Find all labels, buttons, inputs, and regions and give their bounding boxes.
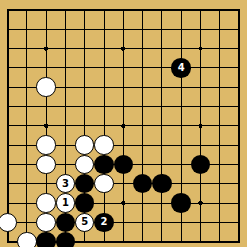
intersection-9-5[interactable]	[152, 78, 171, 97]
intersection-1-4[interactable]	[0, 58, 17, 77]
intersection-4-6[interactable]	[56, 97, 75, 116]
intersection-5-8[interactable]	[75, 135, 94, 154]
white-stone-move-3: 3	[56, 174, 75, 193]
intersection-2-10[interactable]	[17, 174, 36, 193]
intersection-6-7[interactable]	[94, 116, 113, 135]
intersection-5-10[interactable]	[75, 174, 94, 193]
intersection-11-6[interactable]	[191, 97, 210, 116]
intersection-12-1[interactable]	[210, 0, 229, 19]
intersection-2-7[interactable]	[17, 116, 36, 135]
intersection-5-12[interactable]: 5	[75, 213, 94, 232]
intersection-6-9[interactable]	[94, 155, 113, 174]
move-number-label: 5	[81, 217, 88, 227]
intersection-3-11[interactable]	[36, 193, 55, 212]
intersection-1-8[interactable]	[0, 135, 17, 154]
black-stone	[171, 193, 190, 212]
intersection-2-6[interactable]	[17, 97, 36, 116]
intersection-5-6[interactable]	[75, 97, 94, 116]
intersection-6-3[interactable]	[94, 39, 113, 58]
intersection-10-5[interactable]	[172, 78, 191, 97]
intersection-10-10[interactable]	[172, 174, 191, 193]
white-stone	[36, 155, 55, 174]
intersection-1-3[interactable]	[0, 39, 17, 58]
intersection-1-11[interactable]	[0, 193, 17, 212]
intersection-12-10[interactable]	[210, 174, 229, 193]
intersection-12-7[interactable]	[210, 116, 229, 135]
intersection-7-4[interactable]	[114, 58, 133, 77]
intersection-7-8[interactable]	[114, 135, 133, 154]
intersection-3-8[interactable]	[36, 135, 55, 154]
black-stone	[56, 213, 75, 232]
black-stone	[152, 174, 171, 193]
intersection-8-6[interactable]	[133, 97, 152, 116]
intersection-9-4[interactable]	[152, 58, 171, 77]
intersection-13-5[interactable]	[229, 78, 247, 97]
intersection-11-13[interactable]	[191, 232, 210, 247]
intersection-4-11[interactable]: 1	[56, 193, 75, 212]
intersection-1-2[interactable]	[0, 20, 17, 39]
white-stone	[36, 77, 55, 96]
intersection-2-8[interactable]	[17, 135, 36, 154]
intersection-4-1[interactable]	[56, 0, 75, 19]
move-number-label: 2	[101, 217, 108, 227]
intersection-10-1[interactable]	[172, 0, 191, 19]
white-stone-move-5: 5	[75, 213, 94, 232]
intersection-12-2[interactable]	[210, 20, 229, 39]
intersection-1-5[interactable]	[0, 78, 17, 97]
intersection-7-2[interactable]	[114, 20, 133, 39]
intersection-8-7[interactable]	[133, 116, 152, 135]
intersection-1-1[interactable]	[0, 0, 17, 19]
intersection-3-10[interactable]	[36, 174, 55, 193]
intersection-6-4[interactable]	[94, 58, 113, 77]
intersection-10-7[interactable]	[172, 116, 191, 135]
white-stone	[36, 193, 55, 212]
intersection-2-13[interactable]	[17, 232, 36, 247]
intersection-10-11[interactable]	[172, 193, 191, 212]
intersection-7-7[interactable]	[114, 116, 133, 135]
intersection-5-9[interactable]	[75, 155, 94, 174]
intersection-12-12[interactable]	[210, 213, 229, 232]
intersection-9-7[interactable]	[152, 116, 171, 135]
intersection-7-9[interactable]	[114, 155, 133, 174]
intersection-13-9[interactable]	[229, 155, 247, 174]
intersection-6-2[interactable]	[94, 20, 113, 39]
intersection-7-13[interactable]	[114, 232, 133, 247]
intersection-1-12[interactable]	[0, 213, 17, 232]
intersection-11-7[interactable]	[191, 116, 210, 135]
intersection-13-10[interactable]	[229, 174, 247, 193]
intersection-7-12[interactable]	[114, 213, 133, 232]
black-stone	[36, 232, 55, 247]
intersection-8-9[interactable]	[133, 155, 152, 174]
intersection-12-3[interactable]	[210, 39, 229, 58]
intersection-6-13[interactable]	[94, 232, 113, 247]
intersection-1-10[interactable]	[0, 174, 17, 193]
black-stone-move-2: 2	[94, 213, 113, 232]
intersection-9-8[interactable]	[152, 135, 171, 154]
intersection-3-5[interactable]	[36, 78, 55, 97]
intersection-7-1[interactable]	[114, 0, 133, 19]
intersection-4-13[interactable]	[56, 232, 75, 247]
intersection-13-12[interactable]	[229, 213, 247, 232]
intersection-2-1[interactable]	[17, 0, 36, 19]
black-stone	[94, 155, 113, 174]
intersection-5-2[interactable]	[75, 20, 94, 39]
black-stone	[114, 155, 133, 174]
intersection-1-6[interactable]	[0, 97, 17, 116]
intersection-9-9[interactable]	[152, 155, 171, 174]
intersection-13-8[interactable]	[229, 135, 247, 154]
intersection-5-5[interactable]	[75, 78, 94, 97]
intersection-8-2[interactable]	[133, 20, 152, 39]
intersection-8-11[interactable]	[133, 193, 152, 212]
intersection-6-5[interactable]	[94, 78, 113, 97]
intersection-7-3[interactable]	[114, 39, 133, 58]
intersection-8-5[interactable]	[133, 78, 152, 97]
intersection-6-8[interactable]	[94, 135, 113, 154]
intersection-4-3[interactable]	[56, 39, 75, 58]
black-stone-move-4: 4	[171, 58, 190, 77]
intersection-12-13[interactable]	[210, 232, 229, 247]
intersection-5-1[interactable]	[75, 0, 94, 19]
intersection-12-9[interactable]	[210, 155, 229, 174]
intersection-11-11[interactable]	[191, 193, 210, 212]
intersection-6-11[interactable]	[94, 193, 113, 212]
intersection-2-5[interactable]	[17, 78, 36, 97]
intersection-6-10[interactable]	[94, 174, 113, 193]
intersection-12-8[interactable]	[210, 135, 229, 154]
intersection-9-2[interactable]	[152, 20, 171, 39]
intersection-12-4[interactable]	[210, 58, 229, 77]
intersection-5-13[interactable]	[75, 232, 94, 247]
intersection-12-5[interactable]	[210, 78, 229, 97]
intersection-1-9[interactable]	[0, 155, 17, 174]
black-stone	[75, 193, 94, 212]
intersection-9-13[interactable]	[152, 232, 171, 247]
intersection-8-3[interactable]	[133, 39, 152, 58]
intersection-7-6[interactable]	[114, 97, 133, 116]
move-number-label: 3	[62, 178, 69, 188]
intersection-4-9[interactable]	[56, 155, 75, 174]
intersection-12-11[interactable]	[210, 193, 229, 212]
intersection-2-9[interactable]	[17, 155, 36, 174]
black-stone	[56, 232, 75, 247]
intersection-2-11[interactable]	[17, 193, 36, 212]
intersection-3-4[interactable]	[36, 58, 55, 77]
intersection-4-2[interactable]	[56, 20, 75, 39]
intersection-11-10[interactable]	[191, 174, 210, 193]
intersection-1-13[interactable]	[0, 232, 17, 247]
intersection-2-2[interactable]	[17, 20, 36, 39]
intersection-5-3[interactable]	[75, 39, 94, 58]
intersection-13-6[interactable]	[229, 97, 247, 116]
intersection-2-12[interactable]	[17, 213, 36, 232]
intersection-3-1[interactable]	[36, 0, 55, 19]
intersection-6-6[interactable]	[94, 97, 113, 116]
board-grid: 43152	[0, 0, 247, 247]
white-stone-move-1: 1	[56, 193, 75, 212]
move-number-label: 4	[178, 62, 185, 72]
intersection-10-2[interactable]	[172, 20, 191, 39]
intersection-11-1[interactable]	[191, 0, 210, 19]
black-stone	[75, 174, 94, 193]
intersection-13-7[interactable]	[229, 116, 247, 135]
intersection-4-4[interactable]	[56, 58, 75, 77]
intersection-9-10[interactable]	[152, 174, 171, 193]
intersection-10-8[interactable]	[172, 135, 191, 154]
intersection-6-1[interactable]	[94, 0, 113, 19]
intersection-5-7[interactable]	[75, 116, 94, 135]
intersection-9-11[interactable]	[152, 193, 171, 212]
intersection-11-9[interactable]	[191, 155, 210, 174]
intersection-8-12[interactable]	[133, 213, 152, 232]
intersection-4-7[interactable]	[56, 116, 75, 135]
white-stone	[36, 213, 55, 232]
black-stone	[191, 155, 210, 174]
intersection-12-6[interactable]	[210, 97, 229, 116]
white-stone	[36, 135, 55, 154]
white-stone	[17, 232, 36, 247]
intersection-13-4[interactable]	[229, 58, 247, 77]
intersection-5-4[interactable]	[75, 58, 94, 77]
intersection-13-3[interactable]	[229, 39, 247, 58]
intersection-13-13[interactable]	[229, 232, 247, 247]
intersection-10-6[interactable]	[172, 97, 191, 116]
intersection-13-1[interactable]	[229, 0, 247, 19]
black-stone	[133, 174, 152, 193]
white-stone	[75, 135, 94, 154]
intersection-8-4[interactable]	[133, 58, 152, 77]
intersection-4-10[interactable]: 3	[56, 174, 75, 193]
intersection-3-12[interactable]	[36, 213, 55, 232]
intersection-11-5[interactable]	[191, 78, 210, 97]
move-number-label: 1	[62, 197, 69, 207]
intersection-8-1[interactable]	[133, 0, 152, 19]
intersection-8-13[interactable]	[133, 232, 152, 247]
white-stone	[75, 155, 94, 174]
intersection-10-4[interactable]: 4	[172, 58, 191, 77]
intersection-10-12[interactable]	[172, 213, 191, 232]
intersection-7-10[interactable]	[114, 174, 133, 193]
intersection-10-13[interactable]	[172, 232, 191, 247]
intersection-6-12[interactable]: 2	[94, 213, 113, 232]
intersection-2-3[interactable]	[17, 39, 36, 58]
intersection-11-8[interactable]	[191, 135, 210, 154]
intersection-4-12[interactable]	[56, 213, 75, 232]
intersection-3-3[interactable]	[36, 39, 55, 58]
intersection-9-6[interactable]	[152, 97, 171, 116]
intersection-2-4[interactable]	[17, 58, 36, 77]
intersection-3-13[interactable]	[36, 232, 55, 247]
intersection-3-2[interactable]	[36, 20, 55, 39]
intersection-10-9[interactable]	[172, 155, 191, 174]
white-stone	[0, 213, 17, 232]
intersection-5-11[interactable]	[75, 193, 94, 212]
go-board-diagram: 43152	[0, 0, 247, 247]
intersection-11-3[interactable]	[191, 39, 210, 58]
intersection-9-1[interactable]	[152, 0, 171, 19]
intersection-11-12[interactable]	[191, 213, 210, 232]
intersection-11-4[interactable]	[191, 58, 210, 77]
intersection-13-11[interactable]	[229, 193, 247, 212]
intersection-1-7[interactable]	[0, 116, 17, 135]
intersection-9-3[interactable]	[152, 39, 171, 58]
intersection-4-8[interactable]	[56, 135, 75, 154]
intersection-3-7[interactable]	[36, 116, 55, 135]
intersection-3-9[interactable]	[36, 155, 55, 174]
white-stone	[94, 174, 113, 193]
white-stone	[94, 135, 113, 154]
intersection-11-2[interactable]	[191, 20, 210, 39]
intersection-3-6[interactable]	[36, 97, 55, 116]
intersection-4-5[interactable]	[56, 78, 75, 97]
intersection-8-10[interactable]	[133, 174, 152, 193]
intersection-8-8[interactable]	[133, 135, 152, 154]
intersection-13-2[interactable]	[229, 20, 247, 39]
intersection-7-5[interactable]	[114, 78, 133, 97]
intersection-10-3[interactable]	[172, 39, 191, 58]
intersection-7-11[interactable]	[114, 193, 133, 212]
intersection-9-12[interactable]	[152, 213, 171, 232]
